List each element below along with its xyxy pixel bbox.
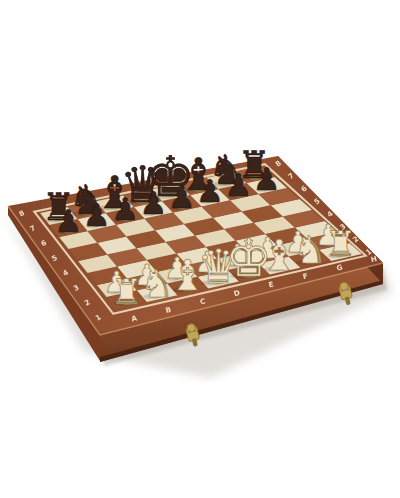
piece-glyph: ♟ [168,179,196,215]
chess-set-product-photo: ABCDEFGH1122334455667788♜♞♝♛♚♝♞♜♟♟♟♟♟♟♟♟… [0,0,400,498]
piece-glyph: ♟ [139,185,167,221]
piece-white-knight-g1: ♞ [293,228,327,272]
piece-black-pawn-h7: ♟ [253,161,281,197]
piece-white-rook-h1: ♜ [325,224,356,264]
piece-black-pawn-a7: ♟ [55,203,83,239]
piece-black-pawn-b7: ♟ [83,197,111,233]
piece-glyph: ♟ [83,197,111,233]
piece-glyph: ♟ [55,203,83,239]
piece-glyph: ♜ [111,272,142,312]
piece-white-rook-a1: ♜ [111,272,142,312]
piece-glyph: ♜ [325,224,356,264]
piece-glyph: ♟ [253,161,281,197]
piece-black-pawn-f7: ♟ [196,173,224,209]
piece-glyph: ♟ [111,191,139,227]
piece-black-pawn-e7: ♟ [168,179,196,215]
piece-glyph: ♟ [224,167,252,203]
chess-board-scene: ABCDEFGH1122334455667788♜♞♝♛♚♝♞♜♟♟♟♟♟♟♟♟… [0,0,400,498]
piece-glyph: ♟ [196,173,224,209]
piece-black-pawn-g7: ♟ [224,167,252,203]
piece-glyph: ♞ [293,228,327,272]
piece-black-pawn-d7: ♟ [139,185,167,221]
piece-black-pawn-c7: ♟ [111,191,139,227]
